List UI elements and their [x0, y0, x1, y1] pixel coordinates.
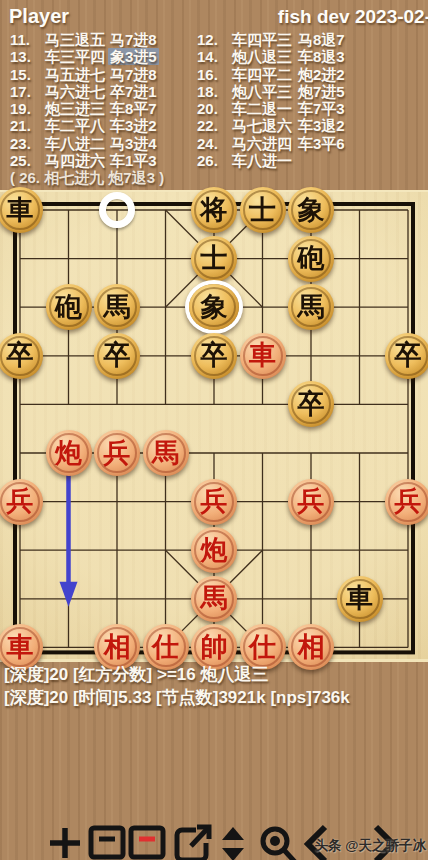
move-cell[interactable]: 车1平3 — [110, 152, 197, 169]
piece-red-soldier[interactable]: 兵 — [191, 479, 237, 525]
piece-black-soldier[interactable]: 卒 — [385, 333, 428, 379]
move-list-row: 15.马五进七马7进816.车四平二炮2进2 — [10, 66, 424, 83]
move-number: 11. — [10, 31, 45, 48]
move-list: 11.马三退五马7进812.车四平三马8退713.车三平四象3进514.炮八退三… — [10, 31, 424, 187]
move-cell[interactable]: 卒7进1 — [110, 83, 197, 100]
piece-ring — [146, 627, 186, 667]
move-cell[interactable]: 炮八退三 — [232, 48, 298, 65]
move-number: 25. — [10, 152, 45, 169]
piece-ring — [49, 287, 89, 327]
piece-red-cannon[interactable]: 炮 — [191, 527, 237, 573]
move-cell[interactable]: 车二退一 — [232, 100, 298, 117]
piece-black-horse[interactable]: 馬 — [288, 284, 334, 330]
piece-black-cannon[interactable]: 砲 — [288, 236, 334, 282]
engine-eval-line: [深度]20 [红方分数] >=16 炮八退三 — [4, 663, 269, 686]
move-cell[interactable]: 炮2进2 — [298, 66, 384, 83]
piece-ring — [194, 530, 234, 570]
piece-red-soldier[interactable]: 兵 — [385, 479, 428, 525]
player-name-label: Player — [9, 5, 69, 28]
move-cell[interactable]: 马三退五 — [45, 31, 110, 48]
piece-ring — [146, 433, 186, 473]
piece-black-soldier[interactable]: 卒 — [288, 381, 334, 427]
move-number: 14. — [197, 48, 232, 65]
move-cell[interactable]: 车八进二 — [45, 135, 110, 152]
piece-ring — [194, 579, 234, 619]
move-number: 26. — [197, 152, 232, 169]
move-cell[interactable]: 炮三进三 — [45, 100, 110, 117]
move-cell[interactable]: 象3进5 — [110, 48, 197, 65]
piece-ring — [243, 336, 283, 376]
piece-ring — [0, 190, 40, 230]
move-cell[interactable]: 马7进8 — [110, 31, 197, 48]
move-cell[interactable]: 马7进8 — [110, 66, 197, 83]
flip-board-icon[interactable] — [211, 821, 255, 860]
piece-red-cannon[interactable]: 炮 — [46, 430, 92, 476]
move-number: 15. — [10, 66, 45, 83]
move-list-row: 19.炮三进三车8平720.车二退一车7平3 — [10, 100, 424, 117]
move-list-row: 17.马六进七卒7进118.炮八平三炮7进5 — [10, 83, 424, 100]
piece-red-soldier[interactable]: 兵 — [94, 430, 140, 476]
xiangqi-app: Player fish dev 2023-02- 11.马三退五马7进812.车… — [0, 0, 428, 860]
move-list-row: 21.车二平八车3进222.马七退六车3退2 — [10, 117, 424, 134]
move-cell[interactable]: 车3退2 — [298, 117, 384, 134]
piece-ring — [194, 482, 234, 522]
move-cell[interactable]: 车三平四 — [45, 48, 110, 65]
piece-ring — [291, 482, 331, 522]
piece-red-horse[interactable]: 馬 — [143, 430, 189, 476]
piece-black-advisor[interactable]: 士 — [240, 187, 286, 233]
piece-ring — [291, 627, 331, 667]
move-list-row: 11.马三退五马7进812.车四平三马8退7 — [10, 31, 424, 48]
share-icon[interactable] — [170, 821, 214, 860]
piece-black-soldier[interactable]: 卒 — [191, 333, 237, 379]
piece-black-soldier[interactable]: 卒 — [94, 333, 140, 379]
move-cell[interactable]: 车8平7 — [110, 100, 197, 117]
move-cell[interactable]: 车8退3 — [298, 48, 384, 65]
piece-ring — [291, 287, 331, 327]
piece-ring — [97, 336, 137, 376]
add-icon[interactable] — [43, 821, 87, 860]
piece-black-horse[interactable]: 馬 — [94, 284, 140, 330]
piece-ring — [243, 627, 283, 667]
move-cell[interactable]: 马七退六 — [232, 117, 298, 134]
move-list-row: 23.车八进二马3进424.马六进四车3平6 — [10, 135, 424, 152]
current-move-highlight[interactable]: 象3进5 — [108, 48, 159, 65]
piece-ring — [291, 384, 331, 424]
xiangqi-board[interactable]: 車将士象士砲砲馬象馬卒卒卒車卒卒炮兵馬兵兵兵兵炮馬車車相仕帥仕相 — [0, 190, 428, 662]
move-cell[interactable]: 马五进七 — [45, 66, 110, 83]
move-cell[interactable]: 车八进一 — [232, 152, 298, 169]
piece-ring — [291, 239, 331, 279]
move-number: 23. — [10, 135, 45, 152]
piece-ring — [0, 482, 40, 522]
move-cell[interactable]: 车7平3 — [298, 100, 384, 117]
move-number: 24. — [197, 135, 232, 152]
piece-red-chariot[interactable]: 車 — [240, 333, 286, 379]
watermark-label: 头条 @天之骄子冰 — [315, 837, 426, 855]
move-list-row: 25.马四进六车1平326.车八进一 — [10, 152, 424, 169]
move-number: 13. — [10, 48, 45, 65]
move-cell[interactable]: 车3进2 — [110, 117, 197, 134]
piece-ring — [97, 433, 137, 473]
move-number: 22. — [197, 117, 232, 134]
move-number: 19. — [10, 100, 45, 117]
analyze-icon[interactable] — [256, 821, 300, 860]
piece-ring — [291, 190, 331, 230]
piece-ring — [194, 336, 234, 376]
move-cell[interactable]: 车二平八 — [45, 117, 110, 134]
move-cell[interactable]: 马8退7 — [298, 31, 384, 48]
move-number: 16. — [197, 66, 232, 83]
piece-black-elephant[interactable]: 象 — [288, 187, 334, 233]
move-cell[interactable]: 车3平6 — [298, 135, 384, 152]
move-number: 21. — [10, 117, 45, 134]
piece-black-chariot[interactable]: 車 — [0, 187, 43, 233]
piece-black-cannon[interactable]: 砲 — [46, 284, 92, 330]
piece-ring — [0, 627, 40, 667]
move-number: 12. — [197, 31, 232, 48]
move-cell[interactable]: 炮7进5 — [298, 83, 384, 100]
piece-ring — [194, 627, 234, 667]
board-remove-active-icon[interactable] — [125, 821, 169, 860]
piece-black-advisor[interactable]: 士 — [191, 236, 237, 282]
move-number: 20. — [197, 100, 232, 117]
move-cell[interactable]: 马四进六 — [45, 152, 110, 169]
move-number: 18. — [197, 83, 232, 100]
move-cell[interactable]: 炮八平三 — [232, 83, 298, 100]
piece-ring — [49, 433, 89, 473]
piece-ring — [388, 336, 428, 376]
move-cell[interactable]: 车四平三 — [232, 31, 298, 48]
piece-black-chariot[interactable]: 車 — [337, 576, 383, 622]
move-cell[interactable]: 马3进4 — [110, 135, 197, 152]
variation-line[interactable]: ( 26. 相七进九 炮7退3 ) — [10, 169, 424, 186]
piece-ring — [243, 190, 283, 230]
move-cell[interactable]: 马六进四 — [232, 135, 298, 152]
piece-ring — [192, 287, 236, 327]
piece-red-horse[interactable]: 馬 — [191, 576, 237, 622]
pieces-layer: 車将士象士砲砲馬象馬卒卒卒車卒卒炮兵馬兵兵兵兵炮馬車車相仕帥仕相 — [0, 192, 428, 659]
piece-black-soldier[interactable]: 卒 — [0, 333, 43, 379]
piece-ring — [194, 190, 234, 230]
last-move-origin-marker — [99, 192, 135, 228]
piece-red-soldier[interactable]: 兵 — [288, 479, 334, 525]
piece-ring — [0, 336, 40, 376]
piece-red-soldier[interactable]: 兵 — [0, 479, 43, 525]
piece-black-general[interactable]: 将 — [191, 187, 237, 233]
board-remove-icon[interactable] — [85, 821, 129, 860]
piece-black-elephant[interactable]: 象 — [189, 284, 239, 330]
piece-ring — [340, 579, 380, 619]
piece-ring — [388, 482, 428, 522]
move-list-row: 13.车三平四象3进514.炮八退三车8退3 — [10, 48, 424, 65]
engine-stats-line: [深度]20 [时间]5.33 [节点数]3921k [nps]736k — [4, 686, 350, 709]
engine-name-label: fish dev 2023-02- — [278, 6, 428, 28]
move-number: 17. — [10, 83, 45, 100]
piece-ring — [97, 287, 137, 327]
piece-ring — [194, 239, 234, 279]
move-cell[interactable]: 马六进七 — [45, 83, 110, 100]
move-cell[interactable]: 车四平二 — [232, 66, 298, 83]
piece-ring — [97, 627, 137, 667]
